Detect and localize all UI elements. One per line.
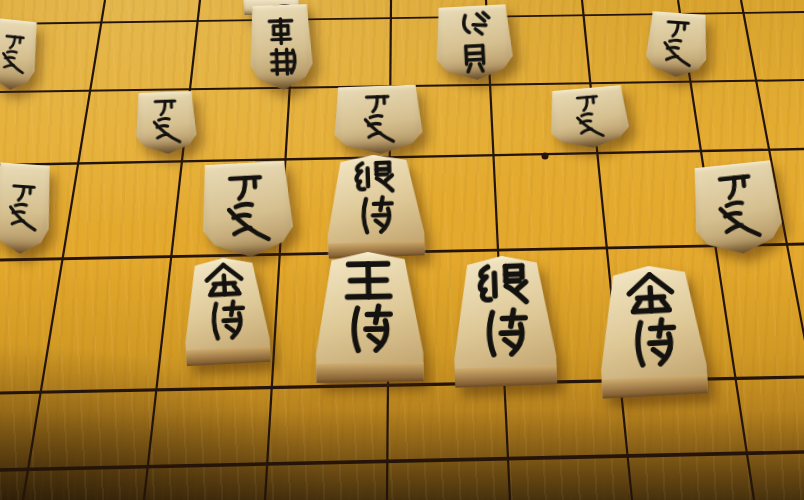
piece-face: 歩兵 [333, 84, 423, 155]
piece-face: 歩兵 [0, 18, 40, 92]
piece-face: 歩兵 [200, 161, 295, 260]
piece-face: 銀将 [318, 153, 431, 259]
kanji-text: ? [243, 0, 244, 1]
shogi-board-photo: ?歩兵飛車角行歩兵歩兵歩兵歩兵歩兵歩兵銀将歩兵金将王将銀将金将 [0, 0, 804, 500]
kanji-text: 歩兵 [200, 165, 201, 166]
kanji-glyph-fuhyo-inverted [0, 23, 31, 86]
kanji-text: 歩兵 [333, 88, 334, 89]
kanji-glyph-fuhyo-inverted [348, 90, 408, 150]
piece-sente-ginsho[interactable]: 銀将 [318, 153, 431, 259]
piece-gote-fuhyo[interactable]: 歩兵 [0, 162, 53, 256]
piece-face: 銀将 [444, 254, 564, 388]
piece-sente-ginsho[interactable]: 銀将 [444, 254, 564, 388]
kanji-text: 銀将 [444, 258, 445, 259]
piece-face: 歩兵 [548, 85, 631, 152]
kanji-glyph-fuhyo-inverted [1, 169, 43, 249]
kanji-glyph-ginsho [465, 259, 543, 359]
piece-gote-fuhyo[interactable]: 歩兵 [135, 91, 197, 155]
piece-gote-hisha[interactable]: 飛車 [249, 4, 314, 91]
piece-gote-fuhyo[interactable]: 歩兵 [645, 11, 709, 79]
piece-face: 角行 [434, 4, 514, 82]
piece-face: 歩兵 [645, 11, 709, 79]
kanji-glyph-osho [329, 255, 409, 354]
kanji-glyph-kinsho [193, 260, 259, 343]
piece-face: 王将 [307, 251, 431, 383]
piece-gote-fuhyo[interactable]: 歩兵 [548, 85, 631, 152]
piece-face: 飛車 [249, 4, 314, 91]
kanji-text: 角行 [434, 8, 435, 9]
kanji-text: 歩兵 [690, 169, 691, 170]
kanji-glyph-fuhyo-inverted [705, 168, 770, 251]
pieces-layer: ?歩兵飛車角行歩兵歩兵歩兵歩兵歩兵歩兵銀将歩兵金将王将銀将金将 [0, 0, 804, 500]
kanji-glyph-kakugyo-inverted [447, 10, 500, 76]
kanji-glyph-kinsho [610, 268, 692, 369]
kanji-glyph-fuhyo-inverted [561, 90, 617, 146]
kanji-glyph-fuhyo-inverted [215, 168, 279, 252]
kanji-text: 飛車 [249, 6, 250, 7]
piece-gote-fuhyo[interactable]: 歩兵 [333, 84, 423, 155]
piece-sente-kinsho[interactable]: 金将 [175, 256, 276, 367]
piece-face: 金将 [589, 263, 716, 399]
piece-gote-kakugyo[interactable]: 角行 [434, 4, 514, 82]
kanji-text: 銀将 [318, 157, 319, 158]
piece-face: 歩兵 [690, 160, 785, 258]
kanji-text: 金将 [175, 261, 176, 262]
piece-face: 歩兵 [0, 162, 53, 256]
piece-sente-osho[interactable]: 王将 [307, 251, 431, 383]
kanji-glyph-fuhyo-inverted [145, 96, 186, 151]
piece-gote-fuhyo[interactable]: 歩兵 [0, 18, 40, 92]
kanji-text: 歩兵 [135, 93, 136, 94]
piece-gote-fuhyo[interactable]: 歩兵 [690, 160, 785, 258]
piece-face: 金将 [175, 256, 276, 367]
piece-gote-fuhyo[interactable]: 歩兵 [200, 161, 295, 260]
kanji-glyph-hisha-inverted [259, 10, 302, 84]
kanji-text: 歩兵 [649, 11, 650, 12]
kanji-glyph-ginsho [338, 157, 411, 236]
piece-face: 歩兵 [135, 91, 197, 155]
kanji-text: 金将 [589, 269, 590, 270]
kanji-text: 王将 [307, 253, 308, 254]
kanji-glyph-fuhyo-inverted [655, 16, 698, 74]
piece-sente-kinsho[interactable]: 金将 [589, 263, 716, 399]
kanji-text: 歩兵 [548, 91, 549, 92]
